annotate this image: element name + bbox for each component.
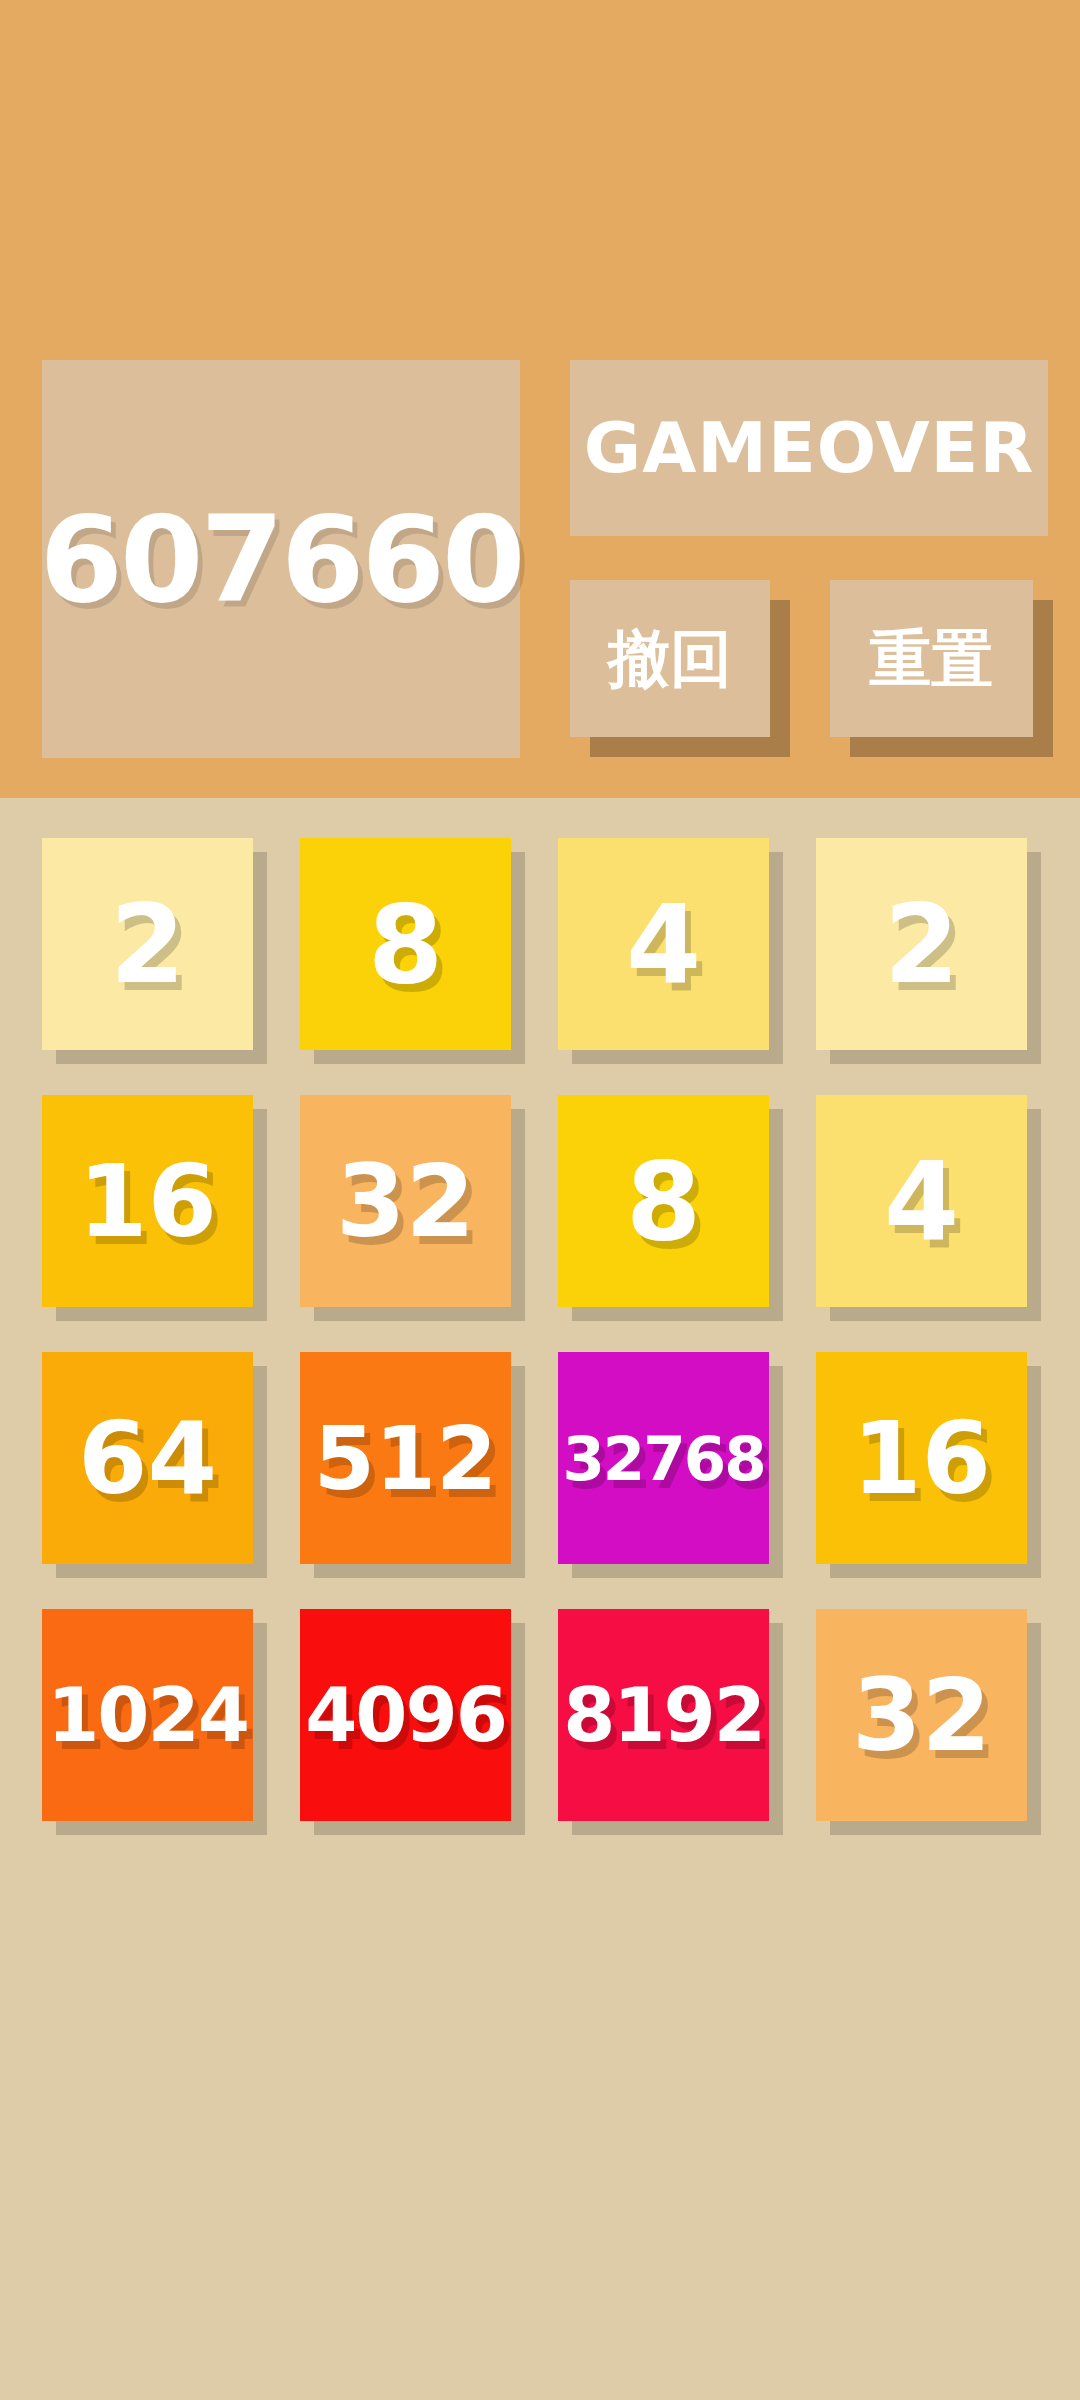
tile-32768: 32768 bbox=[558, 1352, 769, 1564]
board-grid[interactable]: 284216328464512327681610244096819232 bbox=[42, 838, 1027, 1821]
tile-1024: 1024 bbox=[42, 1609, 253, 1821]
score-value: 607660 bbox=[40, 490, 523, 629]
tile-2: 2 bbox=[816, 838, 1027, 1050]
gameover-label: GAMEOVER bbox=[584, 407, 1035, 489]
undo-button-label: 撤回 bbox=[608, 617, 732, 701]
reset-button[interactable]: 重置 bbox=[830, 580, 1033, 737]
tile-4096: 4096 bbox=[300, 1609, 511, 1821]
tile-4: 4 bbox=[816, 1095, 1027, 1307]
tile-64: 64 bbox=[42, 1352, 253, 1564]
tile-16: 16 bbox=[42, 1095, 253, 1307]
tile-512: 512 bbox=[300, 1352, 511, 1564]
score-box: 607660 bbox=[42, 360, 520, 758]
app-root: 607660 GAMEOVER 撤回 重置 284216328464512327… bbox=[0, 0, 1080, 2400]
reset-button-label: 重置 bbox=[870, 617, 994, 701]
gameover-banner: GAMEOVER bbox=[570, 360, 1048, 536]
tile-32: 32 bbox=[300, 1095, 511, 1307]
undo-button[interactable]: 撤回 bbox=[570, 580, 770, 737]
tile-4: 4 bbox=[558, 838, 769, 1050]
header: 607660 GAMEOVER 撤回 重置 bbox=[0, 0, 1080, 798]
tile-8192: 8192 bbox=[558, 1609, 769, 1821]
tile-32: 32 bbox=[816, 1609, 1027, 1821]
tile-16: 16 bbox=[816, 1352, 1027, 1564]
tile-2: 2 bbox=[42, 838, 253, 1050]
tile-8: 8 bbox=[300, 838, 511, 1050]
tile-8: 8 bbox=[558, 1095, 769, 1307]
